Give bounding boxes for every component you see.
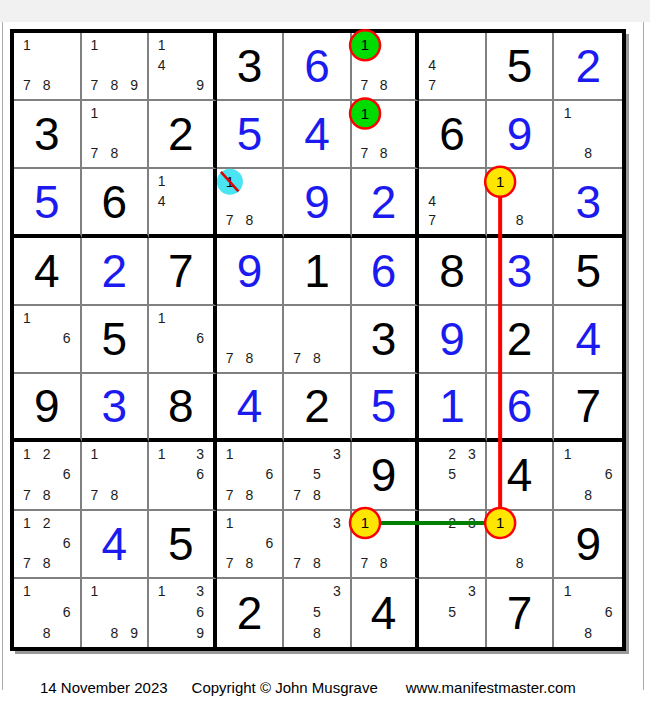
cell-value: 4 xyxy=(554,306,622,372)
pencil-mark-7: 7 xyxy=(17,553,37,573)
pencil-mark-7: 7 xyxy=(287,348,307,368)
cell-value: 6 xyxy=(419,101,485,167)
cell-value: 2 xyxy=(149,101,213,167)
pencil-mark-7: 7 xyxy=(17,484,37,504)
cell-r2c4: 5 xyxy=(217,101,285,169)
pencil-mark-7: 7 xyxy=(85,143,105,163)
cell-value: 6 xyxy=(487,374,553,438)
pencil-mark-3: 3 xyxy=(462,444,482,464)
pencil-mark-6: 6 xyxy=(57,533,77,553)
cell-r4c6: 6 xyxy=(352,238,420,306)
cell-r1c3: 149 xyxy=(149,33,217,101)
pencil-marks: 178 xyxy=(355,513,413,573)
pencil-mark-8: 8 xyxy=(307,484,327,504)
cell-value: 5 xyxy=(352,374,416,438)
pencil-mark-1: 1 xyxy=(557,581,578,602)
pencil-mark-3: 3 xyxy=(190,581,209,602)
pencil-marks: 78 xyxy=(287,308,347,368)
cell-r8c4: 1678 xyxy=(217,511,285,579)
pencil-mark-8: 8 xyxy=(307,553,327,573)
cell-value: 2 xyxy=(217,579,283,647)
pencil-mark-6: 6 xyxy=(190,464,209,484)
cell-value: 3 xyxy=(554,169,622,233)
cell-value: 7 xyxy=(487,579,553,647)
cell-r8c3: 5 xyxy=(149,511,217,579)
pencil-mark-7: 7 xyxy=(85,75,105,95)
pencil-mark-8: 8 xyxy=(307,622,327,643)
pencil-marks: 358 xyxy=(287,581,347,643)
cell-r1c8: 5 xyxy=(487,33,555,101)
pencil-mark-7: 7 xyxy=(287,553,307,573)
cell-r4c7: 8 xyxy=(419,238,487,306)
cell-r7c1: 12678 xyxy=(14,442,82,510)
pencil-marks: 18 xyxy=(490,171,550,229)
pencil-mark-3: 3 xyxy=(462,513,482,533)
cell-r8c5: 378 xyxy=(284,511,352,579)
pencil-mark-5: 5 xyxy=(442,602,462,623)
cell-r5c7: 9 xyxy=(419,306,487,374)
cell-r3c4: 178 xyxy=(217,169,285,237)
cell-value: 5 xyxy=(487,33,553,99)
cell-value: 5 xyxy=(217,101,283,167)
cell-r1c5: 6 xyxy=(284,33,352,101)
cell-value: 2 xyxy=(352,169,416,233)
pencil-marks: 178 xyxy=(220,171,280,229)
pencil-mark-1: 1 xyxy=(85,444,105,464)
cell-r9c6: 4 xyxy=(352,579,420,647)
cell-value: 2 xyxy=(487,306,553,372)
pencil-mark-6: 6 xyxy=(259,533,279,553)
cell-value: 6 xyxy=(284,33,350,99)
pencil-mark-7: 7 xyxy=(355,143,374,163)
pencil-mark-8: 8 xyxy=(37,484,57,504)
pencil-marks: 14 xyxy=(152,171,210,229)
pencil-marks: 235 xyxy=(422,444,482,504)
cell-r7c8: 4 xyxy=(487,442,555,510)
pencil-mark-8: 8 xyxy=(374,143,393,163)
pencil-mark-9: 9 xyxy=(124,622,144,643)
cell-r8c9: 9 xyxy=(554,511,622,579)
pencil-mark-8: 8 xyxy=(510,553,530,573)
pencil-mark-9: 9 xyxy=(124,75,144,95)
pencil-mark-4: 4 xyxy=(152,191,171,210)
pencil-mark-7: 7 xyxy=(287,484,307,504)
cell-r7c4: 1678 xyxy=(217,442,285,510)
pencil-mark-8: 8 xyxy=(578,484,599,504)
cell-value: 7 xyxy=(149,238,213,304)
cell-r2c2: 178 xyxy=(82,101,150,169)
cell-r2c7: 6 xyxy=(419,101,487,169)
cell-value: 4 xyxy=(82,511,148,577)
pencil-mark-1: 1 xyxy=(220,513,240,533)
pencil-mark-7: 7 xyxy=(220,348,240,368)
pencil-mark-1: 1 xyxy=(220,171,240,190)
cell-r7c7: 235 xyxy=(419,442,487,510)
cell-value: 8 xyxy=(419,238,485,304)
pencil-mark-1: 1 xyxy=(557,444,578,464)
cell-r2c5: 4 xyxy=(284,101,352,169)
pencil-mark-5: 5 xyxy=(307,464,327,484)
cell-r6c8: 6 xyxy=(487,374,555,442)
pencil-marks: 136 xyxy=(152,444,210,504)
cell-value: 5 xyxy=(82,306,148,372)
sudoku-board: 1781789149361784752317825417869185614178… xyxy=(10,29,626,651)
pencil-mark-3: 3 xyxy=(190,444,209,464)
pencil-mark-7: 7 xyxy=(355,553,374,573)
cell-value: 9 xyxy=(487,101,553,167)
cell-r1c7: 47 xyxy=(419,33,487,101)
pencil-marks: 1789 xyxy=(85,35,145,95)
cell-r5c5: 78 xyxy=(284,306,352,374)
cell-r5c2: 5 xyxy=(82,306,150,374)
cell-r5c3: 16 xyxy=(149,306,217,374)
cell-r2c3: 2 xyxy=(149,101,217,169)
pencil-mark-2: 2 xyxy=(37,513,57,533)
pencil-marks: 16 xyxy=(17,308,77,368)
pencil-mark-1: 1 xyxy=(85,581,105,602)
footer-website: www.manifestmaster.com xyxy=(406,679,576,696)
pencil-mark-1: 1 xyxy=(355,513,374,533)
pencil-mark-8: 8 xyxy=(37,553,57,573)
pencil-mark-9: 9 xyxy=(190,75,209,95)
pencil-mark-1: 1 xyxy=(17,35,37,55)
pencil-mark-4: 4 xyxy=(422,55,442,75)
cell-r2c6: 178 xyxy=(352,101,420,169)
pencil-mark-1: 1 xyxy=(152,308,171,328)
pencil-mark-6: 6 xyxy=(598,602,619,623)
pencil-marks: 78 xyxy=(220,308,280,368)
pencil-marks: 12678 xyxy=(17,513,77,573)
cell-r6c4: 4 xyxy=(217,374,285,442)
pencil-marks: 47 xyxy=(422,35,482,95)
pencil-mark-3: 3 xyxy=(327,581,347,602)
pencil-marks: 178 xyxy=(85,103,145,163)
pencil-mark-2: 2 xyxy=(442,513,462,533)
pencil-mark-1: 1 xyxy=(152,581,171,602)
pencil-mark-8: 8 xyxy=(37,622,57,643)
cell-r5c6: 3 xyxy=(352,306,420,374)
cell-r4c4: 9 xyxy=(217,238,285,306)
cell-value: 4 xyxy=(352,579,416,647)
pencil-marks: 16 xyxy=(152,308,210,368)
pencil-mark-8: 8 xyxy=(240,553,260,573)
pencil-mark-6: 6 xyxy=(57,602,77,623)
cell-r3c5: 9 xyxy=(284,169,352,237)
pencil-mark-7: 7 xyxy=(355,75,374,95)
pencil-marks: 149 xyxy=(152,35,210,95)
cell-r3c6: 2 xyxy=(352,169,420,237)
pencil-mark-7: 7 xyxy=(422,210,442,229)
cell-value: 1 xyxy=(284,238,350,304)
pencil-mark-1: 1 xyxy=(17,581,37,602)
cell-r4c3: 7 xyxy=(149,238,217,306)
pencil-mark-1: 1 xyxy=(85,103,105,123)
cell-value: 4 xyxy=(14,238,80,304)
cell-r9c3: 1369 xyxy=(149,579,217,647)
pencil-marks: 18 xyxy=(490,513,550,573)
cell-value: 4 xyxy=(217,374,283,438)
cell-value: 3 xyxy=(352,306,416,372)
pencil-mark-8: 8 xyxy=(104,75,124,95)
cell-r1c6: 178 xyxy=(352,33,420,101)
pencil-marks: 178 xyxy=(355,35,413,95)
pencil-marks: 12678 xyxy=(17,444,77,504)
cell-r9c4: 2 xyxy=(217,579,285,647)
cell-r4c5: 1 xyxy=(284,238,352,306)
pencil-marks: 23 xyxy=(422,513,482,573)
cell-r6c7: 1 xyxy=(419,374,487,442)
pencil-mark-6: 6 xyxy=(259,464,279,484)
pencil-mark-1: 1 xyxy=(17,308,37,328)
pencil-mark-6: 6 xyxy=(190,328,209,348)
pencil-mark-3: 3 xyxy=(327,444,347,464)
cell-value: 9 xyxy=(419,306,485,372)
cell-r9c8: 7 xyxy=(487,579,555,647)
pencil-marks: 178 xyxy=(355,103,413,163)
cell-r8c7: 23 xyxy=(419,511,487,579)
pencil-mark-8: 8 xyxy=(374,553,393,573)
cell-r4c1: 4 xyxy=(14,238,82,306)
cell-r4c8: 3 xyxy=(487,238,555,306)
cell-value: 9 xyxy=(217,238,283,304)
pencil-mark-1: 1 xyxy=(355,103,374,123)
cell-value: 2 xyxy=(82,238,148,304)
cell-r6c1: 9 xyxy=(14,374,82,442)
pencil-mark-8: 8 xyxy=(240,210,260,229)
pencil-mark-2: 2 xyxy=(442,444,462,464)
pencil-mark-1: 1 xyxy=(152,35,171,55)
footer-copyright: Copyright © John Musgrave xyxy=(192,679,378,696)
footer-date: 14 November 2023 xyxy=(40,679,168,696)
cell-r8c6: 178 xyxy=(352,511,420,579)
pencil-mark-8: 8 xyxy=(578,143,599,163)
pencil-mark-7: 7 xyxy=(17,75,37,95)
pencil-mark-3: 3 xyxy=(462,581,482,602)
cell-r6c9: 7 xyxy=(554,374,622,442)
pencil-marks: 168 xyxy=(557,444,619,504)
pencil-mark-9: 9 xyxy=(190,622,209,643)
cell-value: 5 xyxy=(149,511,213,577)
cell-value: 6 xyxy=(82,169,148,233)
pencil-mark-1: 1 xyxy=(557,103,578,123)
cell-r2c9: 18 xyxy=(554,101,622,169)
cell-value: 3 xyxy=(14,101,80,167)
cell-r6c2: 3 xyxy=(82,374,150,442)
pencil-marks: 3578 xyxy=(287,444,347,504)
pencil-mark-1: 1 xyxy=(17,444,37,464)
cell-value: 7 xyxy=(554,374,622,438)
pencil-marks: 178 xyxy=(17,35,77,95)
cell-r7c2: 178 xyxy=(82,442,150,510)
pencil-marks: 35 xyxy=(422,581,482,643)
pencil-marks: 47 xyxy=(422,171,482,229)
pencil-mark-8: 8 xyxy=(104,143,124,163)
pencil-mark-8: 8 xyxy=(104,622,124,643)
pencil-marks: 189 xyxy=(85,581,145,643)
pencil-marks: 1369 xyxy=(152,581,210,643)
cell-r9c1: 168 xyxy=(14,579,82,647)
cell-value: 2 xyxy=(554,33,622,99)
pencil-mark-7: 7 xyxy=(422,75,442,95)
cell-r1c1: 178 xyxy=(14,33,82,101)
pencil-marks: 178 xyxy=(85,444,145,504)
pencil-mark-5: 5 xyxy=(442,464,462,484)
cell-r1c2: 1789 xyxy=(82,33,150,101)
cell-value: 4 xyxy=(487,442,553,508)
cell-r5c4: 78 xyxy=(217,306,285,374)
cell-r6c5: 2 xyxy=(284,374,352,442)
cell-r4c2: 2 xyxy=(82,238,150,306)
pencil-mark-6: 6 xyxy=(190,602,209,623)
footer: 14 November 2023 Copyright © John Musgra… xyxy=(0,676,650,698)
cell-value: 2 xyxy=(284,374,350,438)
pencil-mark-1: 1 xyxy=(220,444,240,464)
pencil-marks: 168 xyxy=(557,581,619,643)
pencil-mark-2: 2 xyxy=(37,444,57,464)
pencil-mark-4: 4 xyxy=(152,55,171,75)
cell-r1c4: 3 xyxy=(217,33,285,101)
cell-value: 6 xyxy=(352,238,416,304)
pencil-marks: 378 xyxy=(287,513,347,573)
pencil-mark-7: 7 xyxy=(220,553,240,573)
cell-value: 9 xyxy=(554,511,622,577)
cell-value: 9 xyxy=(284,169,350,233)
cell-r8c1: 12678 xyxy=(14,511,82,579)
cell-r5c1: 16 xyxy=(14,306,82,374)
pencil-mark-7: 7 xyxy=(220,484,240,504)
cell-r3c3: 14 xyxy=(149,169,217,237)
cell-r7c3: 136 xyxy=(149,442,217,510)
pencil-mark-8: 8 xyxy=(578,622,599,643)
pencil-marks: 1678 xyxy=(220,444,280,504)
cell-r3c8: 18 xyxy=(487,169,555,237)
pencil-mark-1: 1 xyxy=(85,35,105,55)
pencil-mark-5: 5 xyxy=(307,602,327,623)
cell-value: 3 xyxy=(487,238,553,304)
cell-r9c9: 168 xyxy=(554,579,622,647)
pencil-mark-6: 6 xyxy=(598,464,619,484)
cell-r7c5: 3578 xyxy=(284,442,352,510)
cell-r4c9: 5 xyxy=(554,238,622,306)
pencil-mark-3: 3 xyxy=(327,513,347,533)
cell-r9c5: 358 xyxy=(284,579,352,647)
page-left-border xyxy=(2,22,3,690)
pencil-mark-1: 1 xyxy=(355,35,374,55)
page-right-border xyxy=(643,22,644,690)
pencil-mark-1: 1 xyxy=(152,444,171,464)
cell-r5c8: 2 xyxy=(487,306,555,374)
pencil-mark-8: 8 xyxy=(240,348,260,368)
pencil-mark-8: 8 xyxy=(510,210,530,229)
pencil-mark-1: 1 xyxy=(490,171,510,190)
cell-r3c7: 47 xyxy=(419,169,487,237)
pencil-mark-4: 4 xyxy=(422,191,442,210)
cell-r3c2: 6 xyxy=(82,169,150,237)
cell-r9c7: 35 xyxy=(419,579,487,647)
cell-r2c8: 9 xyxy=(487,101,555,169)
pencil-mark-8: 8 xyxy=(37,75,57,95)
cell-r6c6: 5 xyxy=(352,374,420,442)
pencil-mark-8: 8 xyxy=(240,484,260,504)
cell-value: 5 xyxy=(554,238,622,304)
cell-value: 8 xyxy=(149,374,213,438)
pencil-mark-1: 1 xyxy=(17,513,37,533)
cell-r8c8: 18 xyxy=(487,511,555,579)
pencil-mark-1: 1 xyxy=(490,513,510,533)
pencil-marks: 1678 xyxy=(220,513,280,573)
cell-r7c6: 9 xyxy=(352,442,420,510)
cell-r8c2: 4 xyxy=(82,511,150,579)
cell-r7c9: 168 xyxy=(554,442,622,510)
cell-r5c9: 4 xyxy=(554,306,622,374)
cell-r1c9: 2 xyxy=(554,33,622,101)
top-strip xyxy=(0,0,650,22)
pencil-mark-8: 8 xyxy=(374,75,393,95)
cell-value: 4 xyxy=(284,101,350,167)
pencil-marks: 168 xyxy=(17,581,77,643)
cell-value: 5 xyxy=(14,169,80,233)
cell-r9c2: 189 xyxy=(82,579,150,647)
cell-value: 1 xyxy=(419,374,485,438)
pencil-mark-1: 1 xyxy=(152,171,171,190)
pencil-mark-7: 7 xyxy=(85,484,105,504)
cell-value: 9 xyxy=(352,442,416,508)
cell-r3c9: 3 xyxy=(554,169,622,237)
pencil-mark-8: 8 xyxy=(104,484,124,504)
pencil-mark-6: 6 xyxy=(57,464,77,484)
cell-r3c1: 5 xyxy=(14,169,82,237)
cell-value: 3 xyxy=(217,33,283,99)
pencil-mark-6: 6 xyxy=(57,328,77,348)
pencil-mark-8: 8 xyxy=(307,348,327,368)
pencil-marks: 18 xyxy=(557,103,619,163)
pencil-mark-7: 7 xyxy=(220,210,240,229)
cell-r6c3: 8 xyxy=(149,374,217,442)
cell-value: 9 xyxy=(14,374,80,438)
cell-value: 3 xyxy=(82,374,148,438)
cell-r2c1: 3 xyxy=(14,101,82,169)
